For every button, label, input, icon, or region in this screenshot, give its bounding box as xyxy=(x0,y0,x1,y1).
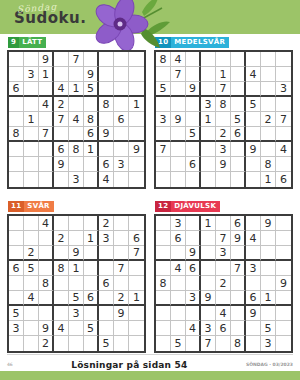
sudoku-cell-r6c4 xyxy=(201,127,216,142)
sudoku-cell-r3c5: 1 xyxy=(69,82,84,97)
sudoku-cell-r6c3: 5 xyxy=(186,127,201,142)
sudoku-cell-r3c8 xyxy=(114,82,129,97)
puzzle-row-top: 9 LÄTT 9731964154281174868769681996334 1… xyxy=(0,37,300,189)
sudoku-cell-r7c6: 1 xyxy=(84,142,99,157)
sudoku-cell-r5c5: 4 xyxy=(69,112,84,127)
sudoku-cell-r3c7 xyxy=(246,246,261,261)
sudoku-cell-r5c1: 3 xyxy=(156,112,171,127)
sudoku-cell-r8c3: 9 xyxy=(39,321,54,336)
sudoku-cell-r3c6 xyxy=(231,82,246,97)
sudoku-cell-r4c1 xyxy=(156,261,171,276)
sudoku-cell-r9c3 xyxy=(186,336,201,351)
sudoku-cell-r1c7 xyxy=(246,216,261,231)
sudoku-cell-r9c9 xyxy=(129,172,144,187)
sudoku-cell-r1c2: 4 xyxy=(171,52,186,67)
sudoku-cell-r5c7 xyxy=(99,112,114,127)
sudoku-cell-r3c2 xyxy=(24,82,39,97)
sudoku-cell-r9c6: 8 xyxy=(231,336,246,351)
sudoku-cell-r7c2 xyxy=(24,142,39,157)
sudoku-cell-r7c5: 4 xyxy=(216,306,231,321)
puzzle-10-medelsvar: 10 MEDELSVÅR 847145973385391527526739469… xyxy=(154,37,293,189)
sudoku-cell-r9c8 xyxy=(114,336,129,351)
sudoku-cell-r4c3: 6 xyxy=(186,261,201,276)
sudoku-cell-r8c5: 6 xyxy=(216,321,231,336)
sudoku-cell-r8c9 xyxy=(276,157,291,172)
sudoku-cell-r5c8 xyxy=(114,276,129,291)
sudoku-cell-r7c7 xyxy=(99,306,114,321)
sudoku-cell-r3c7 xyxy=(246,82,261,97)
sudoku-cell-r5c4 xyxy=(54,276,69,291)
sudoku-cell-r4c8: 7 xyxy=(114,261,129,276)
puzzle-11-svar: 11 SVÅR 422136297658178645621539394525 xyxy=(7,201,146,353)
sudoku-cell-r3c6 xyxy=(84,246,99,261)
sudoku-cell-r1c1 xyxy=(9,216,24,231)
sudoku-cell-r1c8 xyxy=(114,52,129,67)
sudoku-cell-r5c7: 6 xyxy=(99,276,114,291)
sudoku-cell-r5c1: 8 xyxy=(156,276,171,291)
sudoku-cell-r7c8 xyxy=(261,306,276,321)
sudoku-cell-r8c5 xyxy=(69,321,84,336)
sudoku-cell-r8c8: 3 xyxy=(114,157,129,172)
puzzle-9-latt: 9 LÄTT 9731964154281174868769681996334 xyxy=(7,37,146,189)
sudoku-cell-r1c2: 3 xyxy=(171,216,186,231)
sudoku-cell-r6c3 xyxy=(39,291,54,306)
difficulty-label: SVÅR xyxy=(24,201,53,212)
sudoku-cell-r5c5: 2 xyxy=(216,276,231,291)
sudoku-cell-r3c6: 5 xyxy=(84,82,99,97)
sudoku-cell-r2c1 xyxy=(9,67,24,82)
sudoku-cell-r4c4: 3 xyxy=(201,97,216,112)
sudoku-cell-r3c8 xyxy=(261,82,276,97)
sudoku-cell-r2c5 xyxy=(69,231,84,246)
sudoku-cell-r7c9 xyxy=(129,306,144,321)
sudoku-cell-r2c6: 9 xyxy=(84,67,99,82)
sudoku-cell-r8c1 xyxy=(9,157,24,172)
sudoku-cell-r1c4: 1 xyxy=(201,216,216,231)
sudoku-cell-r9c6 xyxy=(84,336,99,351)
sudoku-cell-r7c4 xyxy=(201,142,216,157)
sudoku-cell-r2c7: 4 xyxy=(246,67,261,82)
sudoku-cell-r6c9 xyxy=(276,127,291,142)
sudoku-cell-r9c8 xyxy=(114,172,129,187)
sudoku-cell-r1c6: 6 xyxy=(231,216,246,231)
sudoku-cell-r9c8: 3 xyxy=(261,336,276,351)
sudoku-cell-r4c2: 5 xyxy=(24,261,39,276)
sudoku-cell-r4c9 xyxy=(276,261,291,276)
sudoku-cell-r4c3 xyxy=(186,97,201,112)
sudoku-cell-r7c3 xyxy=(186,142,201,157)
sudoku-cell-r8c8: 8 xyxy=(261,157,276,172)
bottom-green-bar xyxy=(0,371,300,380)
sudoku-cell-r9c5: 3 xyxy=(69,172,84,187)
sudoku-cell-r1c3: 9 xyxy=(39,52,54,67)
sudoku-cell-r4c1 xyxy=(9,97,24,112)
sudoku-cell-r7c4 xyxy=(201,306,216,321)
sudoku-cell-r4c9 xyxy=(129,261,144,276)
sudoku-cell-r1c8 xyxy=(261,52,276,67)
sudoku-cell-r1c3: 4 xyxy=(39,216,54,231)
sudoku-cell-r4c7: 8 xyxy=(99,97,114,112)
sudoku-cell-r7c8 xyxy=(114,142,129,157)
sudoku-cell-r1c4 xyxy=(201,52,216,67)
sudoku-cell-r5c8: 6 xyxy=(114,112,129,127)
page-number: 46 xyxy=(7,362,13,367)
sudoku-cell-r2c2: 6 xyxy=(171,231,186,246)
sudoku-cell-r2c8 xyxy=(261,67,276,82)
sudoku-cell-r4c2 xyxy=(171,97,186,112)
sudoku-cell-r7c5: 8 xyxy=(69,142,84,157)
sudoku-cell-r2c1 xyxy=(156,231,171,246)
sudoku-cell-r4c5 xyxy=(216,261,231,276)
sudoku-cell-r9c5 xyxy=(216,336,231,351)
sudoku-cell-r6c6 xyxy=(231,291,246,306)
sudoku-cell-r3c3 xyxy=(39,82,54,97)
page-footer: 46 Lösningar på sidan 54 SÖNDAG · 03/202… xyxy=(7,354,293,371)
sudoku-cell-r9c3 xyxy=(39,172,54,187)
sudoku-cell-r9c1 xyxy=(9,172,24,187)
sudoku-board-11: 422136297658178645621539394525 xyxy=(7,214,146,353)
sudoku-cell-r6c9 xyxy=(276,291,291,306)
sudoku-cell-r7c4 xyxy=(54,306,69,321)
sudoku-cell-r2c5: 7 xyxy=(216,231,231,246)
sudoku-cell-r5c2 xyxy=(171,276,186,291)
sudoku-cell-r4c4: 2 xyxy=(54,97,69,112)
sudoku-cell-r5c6 xyxy=(231,276,246,291)
sudoku-cell-r4c7: 5 xyxy=(246,97,261,112)
sudoku-cell-r5c3: 8 xyxy=(39,276,54,291)
sudoku-cell-r6c4 xyxy=(54,291,69,306)
sudoku-cell-r3c5: 9 xyxy=(69,246,84,261)
sudoku-cell-r9c2 xyxy=(24,172,39,187)
sudoku-cell-r7c7: 9 xyxy=(246,306,261,321)
sudoku-cell-r7c1 xyxy=(9,142,24,157)
sudoku-cell-r1c9 xyxy=(129,216,144,231)
sudoku-cell-r3c5: 3 xyxy=(216,246,231,261)
sudoku-cell-r7c7: 9 xyxy=(246,142,261,157)
sudoku-cell-r6c3: 3 xyxy=(186,291,201,306)
sudoku-cell-r8c1 xyxy=(156,157,171,172)
sudoku-cell-r8c5: 9 xyxy=(216,157,231,172)
sudoku-cell-r5c4: 1 xyxy=(201,112,216,127)
sudoku-cell-r1c5 xyxy=(69,216,84,231)
sudoku-cell-r8c2 xyxy=(24,321,39,336)
sudoku-cell-r9c7: 5 xyxy=(99,336,114,351)
sudoku-cell-r4c8 xyxy=(261,261,276,276)
sudoku-cell-r3c4 xyxy=(54,246,69,261)
sudoku-cell-r7c8: 9 xyxy=(114,306,129,321)
sudoku-cell-r7c7 xyxy=(99,142,114,157)
difficulty-label: DJÄVULSK xyxy=(171,201,220,212)
sudoku-cell-r4c2: 4 xyxy=(171,261,186,276)
sudoku-cell-r3c8 xyxy=(261,246,276,261)
sudoku-cell-r9c9: 6 xyxy=(276,172,291,187)
sudoku-cell-r4c6 xyxy=(231,97,246,112)
sudoku-cell-r5c1 xyxy=(9,276,24,291)
sudoku-cell-r5c9: 7 xyxy=(276,112,291,127)
sudoku-cell-r4c5: 1 xyxy=(69,261,84,276)
sudoku-cell-r2c7 xyxy=(99,67,114,82)
sudoku-cell-r3c2 xyxy=(171,82,186,97)
sudoku-cell-r3c6 xyxy=(231,246,246,261)
sudoku-cell-r6c1 xyxy=(156,291,171,306)
sudoku-cell-r4c6: 7 xyxy=(231,261,246,276)
page-header: Söndag Sudoku. xyxy=(0,0,300,34)
sudoku-cell-r4c9 xyxy=(276,97,291,112)
sudoku-cell-r5c4: 7 xyxy=(54,112,69,127)
sudoku-cell-r9c5 xyxy=(69,336,84,351)
sudoku-cell-r1c1: 8 xyxy=(156,52,171,67)
sudoku-cell-r1c2 xyxy=(24,216,39,231)
sudoku-cell-r2c3 xyxy=(186,67,201,82)
sudoku-cell-r6c7: 9 xyxy=(99,127,114,142)
sudoku-cell-r4c7: 3 xyxy=(246,261,261,276)
sudoku-cell-r9c4 xyxy=(201,172,216,187)
difficulty-badge-11: 11 SVÅR xyxy=(8,201,54,212)
sudoku-cell-r2c4 xyxy=(201,231,216,246)
sudoku-cell-r1c1 xyxy=(156,216,171,231)
sudoku-cell-r9c6 xyxy=(84,172,99,187)
sudoku-cell-r5c3 xyxy=(186,112,201,127)
sudoku-cell-r6c6: 6 xyxy=(231,127,246,142)
sudoku-cell-r2c3 xyxy=(39,231,54,246)
sudoku-cell-r3c3: 9 xyxy=(186,246,201,261)
sudoku-cell-r5c1 xyxy=(9,112,24,127)
sudoku-cell-r5c7 xyxy=(246,112,261,127)
sudoku-cell-r8c4: 3 xyxy=(201,321,216,336)
sudoku-cell-r8c9 xyxy=(129,157,144,172)
sudoku-cell-r8c4: 9 xyxy=(54,157,69,172)
sudoku-cell-r2c6: 1 xyxy=(84,231,99,246)
puzzle-number: 11 xyxy=(8,201,24,212)
sudoku-cell-r8c1: 3 xyxy=(9,321,24,336)
sudoku-cell-r4c8 xyxy=(261,97,276,112)
sudoku-cell-r3c7 xyxy=(99,82,114,97)
sudoku-cell-r8c2 xyxy=(171,321,186,336)
sudoku-cell-r3c9 xyxy=(276,246,291,261)
difficulty-badge-9: 9 LÄTT xyxy=(8,37,46,48)
sudoku-cell-r3c4 xyxy=(201,82,216,97)
difficulty-label: LÄTT xyxy=(19,37,46,48)
sudoku-cell-r9c4: 7 xyxy=(201,336,216,351)
sudoku-cell-r8c5 xyxy=(69,157,84,172)
puzzle-12-djavulsk: 12 DJÄVULSK 3169679493467382939614943655… xyxy=(154,201,293,353)
sudoku-cell-r7c1: 5 xyxy=(9,306,24,321)
sudoku-cell-r1c3 xyxy=(186,52,201,67)
sudoku-cell-r2c9 xyxy=(276,231,291,246)
sudoku-cell-r7c6 xyxy=(231,306,246,321)
sudoku-cell-r1c4 xyxy=(54,216,69,231)
sudoku-cell-r7c9 xyxy=(276,306,291,321)
sudoku-cell-r1c8 xyxy=(114,216,129,231)
sudoku-cell-r3c2: 2 xyxy=(24,246,39,261)
sudoku-cell-r8c2 xyxy=(171,157,186,172)
sudoku-cell-r7c3 xyxy=(39,306,54,321)
sudoku-cell-r6c2 xyxy=(24,127,39,142)
sudoku-cell-r4c1: 6 xyxy=(9,261,24,276)
sudoku-cell-r7c9: 4 xyxy=(276,142,291,157)
sudoku-cell-r9c3: 2 xyxy=(39,336,54,351)
sudoku-cell-r5c2: 9 xyxy=(171,112,186,127)
sudoku-cell-r8c8 xyxy=(114,321,129,336)
sudoku-cell-r6c4: 9 xyxy=(201,291,216,306)
sudoku-cell-r8c9 xyxy=(276,321,291,336)
sudoku-cell-r6c3: 7 xyxy=(39,127,54,142)
sudoku-cell-r6c8 xyxy=(261,127,276,142)
sudoku-cell-r8c6 xyxy=(231,157,246,172)
sudoku-cell-r9c5 xyxy=(216,172,231,187)
sudoku-cell-r1c4 xyxy=(54,52,69,67)
sudoku-logo: Söndag Sudoku. xyxy=(14,3,86,26)
sudoku-cell-r6c5 xyxy=(69,127,84,142)
sudoku-cell-r9c7: 4 xyxy=(99,172,114,187)
sudoku-cell-r4c9: 1 xyxy=(129,97,144,112)
sudoku-cell-r7c8 xyxy=(261,142,276,157)
sudoku-cell-r8c6 xyxy=(84,157,99,172)
issue-label: SÖNDAG · 03/2023 xyxy=(246,362,293,367)
sudoku-cell-r6c6: 6 xyxy=(84,291,99,306)
sudoku-cell-r6c7 xyxy=(99,291,114,306)
sudoku-cell-r4c6 xyxy=(84,261,99,276)
sudoku-cell-r9c3 xyxy=(186,172,201,187)
sudoku-cell-r2c3 xyxy=(186,231,201,246)
sudoku-cell-r1c6 xyxy=(231,52,246,67)
sudoku-cell-r1c6 xyxy=(84,216,99,231)
sudoku-cell-r1c9 xyxy=(276,52,291,67)
sudoku-cell-r7c1: 7 xyxy=(156,142,171,157)
sudoku-cell-r3c1 xyxy=(156,246,171,261)
puzzle-number: 10 xyxy=(155,37,171,48)
sudoku-cell-r2c3: 1 xyxy=(39,67,54,82)
sudoku-cell-r5c5 xyxy=(216,112,231,127)
sudoku-cell-r2c9 xyxy=(276,67,291,82)
puzzle-row-bottom: 11 SVÅR 422136297658178645621539394525 1… xyxy=(0,201,300,353)
sudoku-cell-r8c2 xyxy=(24,157,39,172)
sudoku-cell-r2c7: 4 xyxy=(246,231,261,246)
sudoku-cell-r9c2: 5 xyxy=(171,336,186,351)
sudoku-cell-r5c3 xyxy=(186,276,201,291)
sudoku-cell-r7c2 xyxy=(171,306,186,321)
sudoku-cell-r6c8 xyxy=(114,127,129,142)
sudoku-cell-r9c9 xyxy=(129,336,144,351)
sudoku-cell-r6c7 xyxy=(246,127,261,142)
sudoku-cell-r2c6 xyxy=(231,67,246,82)
sudoku-cell-r5c6 xyxy=(84,276,99,291)
difficulty-badge-10: 10 MEDELSVÅR xyxy=(155,37,229,48)
sudoku-cell-r2c2: 3 xyxy=(24,67,39,82)
sudoku-cell-r8c3 xyxy=(39,157,54,172)
sudoku-cell-r7c5: 3 xyxy=(69,306,84,321)
sudoku-cell-r6c7: 6 xyxy=(246,291,261,306)
sudoku-cell-r2c9: 6 xyxy=(129,231,144,246)
sudoku-cell-r1c6 xyxy=(84,52,99,67)
solutions-note: Lösningar på sidan 54 xyxy=(71,360,187,370)
sudoku-cell-r2c6: 9 xyxy=(231,231,246,246)
sudoku-cell-r1c1 xyxy=(9,52,24,67)
sudoku-cell-r5c7 xyxy=(246,276,261,291)
sudoku-cell-r3c4 xyxy=(201,246,216,261)
sudoku-cell-r2c4: 2 xyxy=(54,231,69,246)
sudoku-cell-r2c1 xyxy=(156,67,171,82)
sudoku-cell-r8c4: 4 xyxy=(54,321,69,336)
sudoku-cell-r6c9: 1 xyxy=(129,291,144,306)
sudoku-cell-r2c4 xyxy=(54,67,69,82)
sudoku-cell-r5c2: 1 xyxy=(24,112,39,127)
sudoku-cell-r6c8: 2 xyxy=(114,291,129,306)
sudoku-cell-r4c5 xyxy=(69,97,84,112)
sudoku-cell-r9c6 xyxy=(231,172,246,187)
sudoku-cell-r5c9 xyxy=(129,276,144,291)
sudoku-cell-r5c3 xyxy=(39,112,54,127)
sudoku-cell-r2c2 xyxy=(24,231,39,246)
sudoku-cell-r5c2 xyxy=(24,276,39,291)
sudoku-cell-r4c4: 8 xyxy=(54,261,69,276)
sudoku-cell-r2c7: 3 xyxy=(99,231,114,246)
sudoku-cell-r5c6: 8 xyxy=(84,112,99,127)
sudoku-cell-r2c1 xyxy=(9,231,24,246)
sudoku-cell-r5c6: 5 xyxy=(231,112,246,127)
sudoku-cell-r3c1 xyxy=(9,246,24,261)
sudoku-cell-r6c5 xyxy=(216,291,231,306)
sudoku-cell-r8c6: 5 xyxy=(84,321,99,336)
sudoku-cell-r6c2: 4 xyxy=(24,291,39,306)
sudoku-cell-r6c8: 1 xyxy=(261,291,276,306)
sudoku-cell-r7c9: 9 xyxy=(129,142,144,157)
sudoku-cell-r2c5 xyxy=(69,67,84,82)
sudoku-cell-r1c5 xyxy=(216,52,231,67)
sudoku-cell-r5c9 xyxy=(129,112,144,127)
sudoku-cell-r4c7 xyxy=(99,261,114,276)
sudoku-cell-r8c6 xyxy=(231,321,246,336)
sudoku-cell-r4c3 xyxy=(39,261,54,276)
sudoku-cell-r6c4 xyxy=(54,127,69,142)
sudoku-cell-r7c1 xyxy=(156,306,171,321)
sudoku-cell-r7c3 xyxy=(39,142,54,157)
sudoku-cell-r9c7 xyxy=(246,172,261,187)
sudoku-cell-r3c4: 4 xyxy=(54,82,69,97)
puzzle-number: 12 xyxy=(155,201,171,212)
sudoku-cell-r8c7 xyxy=(246,321,261,336)
sudoku-cell-r9c2 xyxy=(24,336,39,351)
sudoku-cell-r2c8 xyxy=(261,231,276,246)
difficulty-label: MEDELSVÅR xyxy=(171,37,229,48)
sudoku-cell-r2c5: 1 xyxy=(216,67,231,82)
sudoku-cell-r1c5: 7 xyxy=(69,52,84,67)
sudoku-cell-r7c2 xyxy=(24,306,39,321)
sudoku-cell-r6c2 xyxy=(171,291,186,306)
sudoku-cell-r1c7: 2 xyxy=(99,216,114,231)
sudoku-board-12: 3169679493467382939614943655783 xyxy=(154,214,293,353)
sudoku-cell-r1c7 xyxy=(246,52,261,67)
sudoku-cell-r4c6 xyxy=(84,97,99,112)
sudoku-board-10: 847145973385391527526739469816 xyxy=(154,50,293,189)
puzzle-number: 9 xyxy=(8,37,19,48)
sudoku-cell-r8c4 xyxy=(201,157,216,172)
sudoku-cell-r8c8: 5 xyxy=(261,321,276,336)
sudoku-cell-r1c5 xyxy=(216,216,231,231)
sudoku-cell-r9c1 xyxy=(156,172,171,187)
sudoku-cell-r2c4 xyxy=(201,67,216,82)
sudoku-cell-r6c2 xyxy=(171,127,186,142)
sudoku-cell-r7c6 xyxy=(84,306,99,321)
sudoku-cell-r4c2 xyxy=(24,97,39,112)
sudoku-cell-r3c5: 7 xyxy=(216,82,231,97)
sudoku-cell-r3c9: 7 xyxy=(129,246,144,261)
sudoku-cell-r7c4: 6 xyxy=(54,142,69,157)
sudoku-cell-r6c5: 5 xyxy=(69,291,84,306)
sudoku-cell-r8c3: 6 xyxy=(186,157,201,172)
sudoku-cell-r3c3: 9 xyxy=(186,82,201,97)
sudoku-cell-r3c1: 6 xyxy=(9,82,24,97)
